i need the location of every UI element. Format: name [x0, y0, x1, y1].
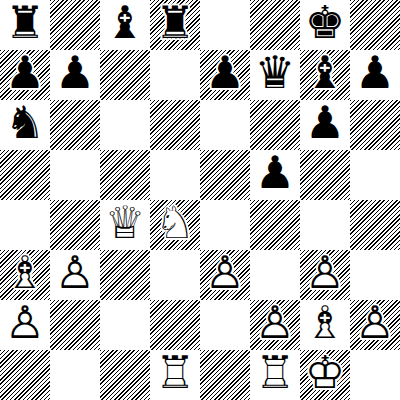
black-knight-icon: ♞ — [5, 98, 45, 148]
white-king-outline-icon: ♔ — [305, 348, 345, 398]
square-b4[interactable] — [50, 200, 100, 250]
square-e5[interactable] — [200, 150, 250, 200]
piece-white-pawn-g3[interactable]: ♟♙ — [300, 250, 350, 300]
piece-white-rook-f1[interactable]: ♜♖ — [250, 350, 300, 400]
square-e4[interactable] — [200, 200, 250, 250]
square-e8[interactable] — [200, 0, 250, 50]
white-bishop-outline-icon: ♗ — [305, 298, 345, 348]
square-e1[interactable] — [200, 350, 250, 400]
white-pawn-outline-icon: ♙ — [305, 248, 345, 298]
white-queen-outline-icon: ♕ — [105, 198, 145, 248]
square-d4[interactable]: ♞♘ — [150, 200, 200, 250]
piece-black-king-g8[interactable]: ♚ — [300, 0, 350, 50]
chess-diagram-page: ♜♝♜♚♟♟♟♛♝♟♞♟♟♛♕♞♘♝♗♟♙♟♙♟♙♟♙♟♙♝♗♟♙♜♖♜♖♚♔ — [0, 0, 400, 400]
square-f1[interactable]: ♜♖ — [250, 350, 300, 400]
piece-white-rook-d1[interactable]: ♜♖ — [150, 350, 200, 400]
white-rook-outline-icon: ♖ — [155, 348, 195, 398]
square-b8[interactable] — [50, 0, 100, 50]
square-a4[interactable] — [0, 200, 50, 250]
square-a7[interactable]: ♟ — [0, 50, 50, 100]
square-a1[interactable] — [0, 350, 50, 400]
black-bishop-icon: ♝ — [105, 0, 145, 48]
black-pawn-icon: ♟ — [205, 48, 245, 98]
square-c6[interactable] — [100, 100, 150, 150]
square-f8[interactable] — [250, 0, 300, 50]
white-rook-outline-icon: ♖ — [255, 348, 295, 398]
square-b2[interactable] — [50, 300, 100, 350]
square-h2[interactable]: ♟♙ — [350, 300, 400, 350]
square-b3[interactable]: ♟♙ — [50, 250, 100, 300]
white-knight-outline-icon: ♘ — [155, 198, 195, 248]
square-d5[interactable] — [150, 150, 200, 200]
piece-black-pawn-g6[interactable]: ♟ — [300, 100, 350, 150]
square-b7[interactable]: ♟ — [50, 50, 100, 100]
square-e3[interactable]: ♟♙ — [200, 250, 250, 300]
black-queen-icon: ♛ — [255, 48, 295, 98]
square-c8[interactable]: ♝ — [100, 0, 150, 50]
piece-black-knight-a6[interactable]: ♞ — [0, 100, 50, 150]
square-c3[interactable] — [100, 250, 150, 300]
black-pawn-icon: ♟ — [55, 48, 95, 98]
square-f2[interactable]: ♟♙ — [250, 300, 300, 350]
piece-white-pawn-h2[interactable]: ♟♙ — [350, 300, 400, 350]
piece-white-bishop-g2[interactable]: ♝♗ — [300, 300, 350, 350]
square-e6[interactable] — [200, 100, 250, 150]
piece-white-pawn-f2[interactable]: ♟♙ — [250, 300, 300, 350]
square-d6[interactable] — [150, 100, 200, 150]
square-h1[interactable] — [350, 350, 400, 400]
square-d7[interactable] — [150, 50, 200, 100]
square-e2[interactable] — [200, 300, 250, 350]
square-h4[interactable] — [350, 200, 400, 250]
square-g5[interactable] — [300, 150, 350, 200]
square-h8[interactable] — [350, 0, 400, 50]
square-e7[interactable]: ♟ — [200, 50, 250, 100]
white-pawn-outline-icon: ♙ — [255, 298, 295, 348]
piece-black-pawn-a7[interactable]: ♟ — [0, 50, 50, 100]
square-c2[interactable] — [100, 300, 150, 350]
square-d8[interactable]: ♜ — [150, 0, 200, 50]
black-rook-icon: ♜ — [155, 0, 195, 48]
square-b1[interactable] — [50, 350, 100, 400]
square-f3[interactable] — [250, 250, 300, 300]
piece-black-pawn-e7[interactable]: ♟ — [200, 50, 250, 100]
square-h5[interactable] — [350, 150, 400, 200]
square-g6[interactable]: ♟ — [300, 100, 350, 150]
square-g2[interactable]: ♝♗ — [300, 300, 350, 350]
piece-white-bishop-a3[interactable]: ♝♗ — [0, 250, 50, 300]
square-c7[interactable] — [100, 50, 150, 100]
piece-black-rook-d8[interactable]: ♜ — [150, 0, 200, 50]
square-a8[interactable]: ♜ — [0, 0, 50, 50]
square-g8[interactable]: ♚ — [300, 0, 350, 50]
white-pawn-outline-icon: ♙ — [55, 248, 95, 298]
white-pawn-outline-icon: ♙ — [355, 298, 395, 348]
piece-black-pawn-h7[interactable]: ♟ — [350, 50, 400, 100]
square-h3[interactable] — [350, 250, 400, 300]
square-a5[interactable] — [0, 150, 50, 200]
square-b6[interactable] — [50, 100, 100, 150]
square-f7[interactable]: ♛ — [250, 50, 300, 100]
square-a3[interactable]: ♝♗ — [0, 250, 50, 300]
square-g1[interactable]: ♚♔ — [300, 350, 350, 400]
piece-black-bishop-g7[interactable]: ♝ — [300, 50, 350, 100]
piece-black-pawn-f5[interactable]: ♟ — [250, 150, 300, 200]
square-a6[interactable]: ♞ — [0, 100, 50, 150]
piece-white-pawn-b3[interactable]: ♟♙ — [50, 250, 100, 300]
black-pawn-icon: ♟ — [5, 48, 45, 98]
black-rook-icon: ♜ — [5, 0, 45, 48]
piece-white-knight-d4[interactable]: ♞♘ — [150, 200, 200, 250]
square-c5[interactable] — [100, 150, 150, 200]
square-f6[interactable] — [250, 100, 300, 150]
square-h7[interactable]: ♟ — [350, 50, 400, 100]
piece-black-bishop-c8[interactable]: ♝ — [100, 0, 150, 50]
white-pawn-outline-icon: ♙ — [205, 248, 245, 298]
square-h6[interactable] — [350, 100, 400, 150]
square-d1[interactable]: ♜♖ — [150, 350, 200, 400]
chess-board: ♜♝♜♚♟♟♟♛♝♟♞♟♟♛♕♞♘♝♗♟♙♟♙♟♙♟♙♟♙♝♗♟♙♜♖♜♖♚♔ — [0, 0, 400, 400]
piece-white-pawn-a2[interactable]: ♟♙ — [0, 300, 50, 350]
black-king-icon: ♚ — [305, 0, 345, 48]
square-d3[interactable] — [150, 250, 200, 300]
piece-black-pawn-b7[interactable]: ♟ — [50, 50, 100, 100]
square-f5[interactable]: ♟ — [250, 150, 300, 200]
square-f4[interactable] — [250, 200, 300, 250]
square-d2[interactable] — [150, 300, 200, 350]
black-bishop-icon: ♝ — [305, 48, 345, 98]
square-a2[interactable]: ♟♙ — [0, 300, 50, 350]
piece-white-queen-c4[interactable]: ♛♕ — [100, 200, 150, 250]
black-pawn-icon: ♟ — [355, 48, 395, 98]
square-g7[interactable]: ♝ — [300, 50, 350, 100]
square-b5[interactable] — [50, 150, 100, 200]
square-g3[interactable]: ♟♙ — [300, 250, 350, 300]
white-bishop-outline-icon: ♗ — [5, 248, 45, 298]
piece-white-king-g1[interactable]: ♚♔ — [300, 350, 350, 400]
white-pawn-outline-icon: ♙ — [5, 298, 45, 348]
square-c1[interactable] — [100, 350, 150, 400]
black-pawn-icon: ♟ — [255, 148, 295, 198]
piece-black-rook-a8[interactable]: ♜ — [0, 0, 50, 50]
black-pawn-icon: ♟ — [305, 98, 345, 148]
square-c4[interactable]: ♛♕ — [100, 200, 150, 250]
piece-black-queen-f7[interactable]: ♛ — [250, 50, 300, 100]
square-g4[interactable] — [300, 200, 350, 250]
piece-white-pawn-e3[interactable]: ♟♙ — [200, 250, 250, 300]
